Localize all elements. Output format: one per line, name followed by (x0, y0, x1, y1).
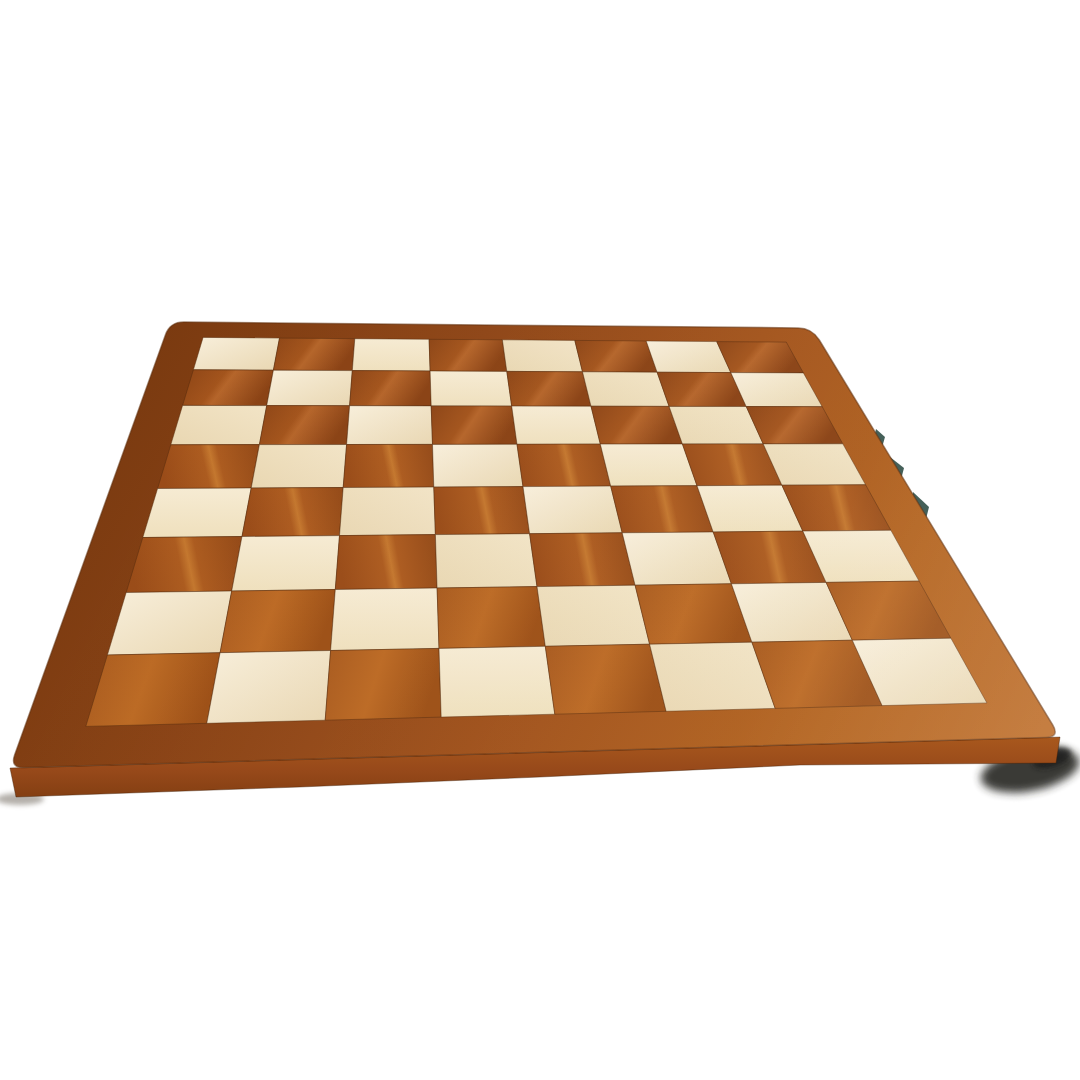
square-d8[interactable] (429, 339, 507, 371)
square-f6[interactable] (591, 406, 682, 444)
square-f5[interactable] (600, 444, 697, 486)
square-f3[interactable] (622, 532, 731, 585)
square-a2[interactable] (107, 591, 231, 655)
square-c3[interactable] (335, 535, 437, 590)
square-f7[interactable] (583, 372, 670, 407)
square-b1[interactable] (207, 651, 331, 724)
square-d2[interactable] (437, 587, 545, 649)
square-e5[interactable] (517, 444, 611, 487)
square-c1[interactable] (325, 648, 441, 720)
square-a1[interactable] (86, 653, 220, 727)
square-b8[interactable] (273, 338, 354, 371)
square-b2[interactable] (220, 590, 335, 653)
square-a4[interactable] (143, 488, 251, 538)
chessboard (0, 0, 1080, 1080)
square-b6[interactable] (259, 406, 349, 445)
photo-canvas (0, 0, 1080, 1080)
square-e8[interactable] (502, 340, 582, 372)
square-d5[interactable] (433, 444, 524, 487)
square-b3[interactable] (232, 536, 340, 591)
square-c8[interactable] (352, 339, 430, 371)
square-b5[interactable] (251, 445, 346, 489)
square-e1[interactable] (545, 644, 666, 714)
square-a5[interactable] (158, 445, 260, 489)
square-f8[interactable] (575, 340, 657, 372)
square-a3[interactable] (126, 537, 242, 593)
square-b4[interactable] (242, 488, 343, 537)
square-c6[interactable] (347, 406, 433, 445)
square-c4[interactable] (340, 487, 436, 535)
square-c7[interactable] (350, 371, 432, 406)
square-e3[interactable] (530, 533, 636, 587)
square-d6[interactable] (431, 406, 517, 445)
square-a6[interactable] (171, 405, 267, 444)
square-e2[interactable] (537, 585, 650, 646)
square-e4[interactable] (523, 486, 622, 534)
square-d7[interactable] (430, 371, 512, 406)
square-f4[interactable] (611, 486, 714, 533)
square-c2[interactable] (331, 588, 439, 651)
square-c5[interactable] (343, 444, 434, 487)
square-e7[interactable] (507, 371, 591, 406)
square-d3[interactable] (435, 534, 537, 588)
square-d4[interactable] (434, 487, 530, 535)
square-b7[interactable] (267, 370, 353, 406)
square-d1[interactable] (439, 646, 555, 717)
square-a7[interactable] (183, 370, 274, 406)
square-a8[interactable] (193, 337, 279, 370)
square-e6[interactable] (512, 406, 601, 444)
chessboard-photo (0, 0, 1080, 1080)
